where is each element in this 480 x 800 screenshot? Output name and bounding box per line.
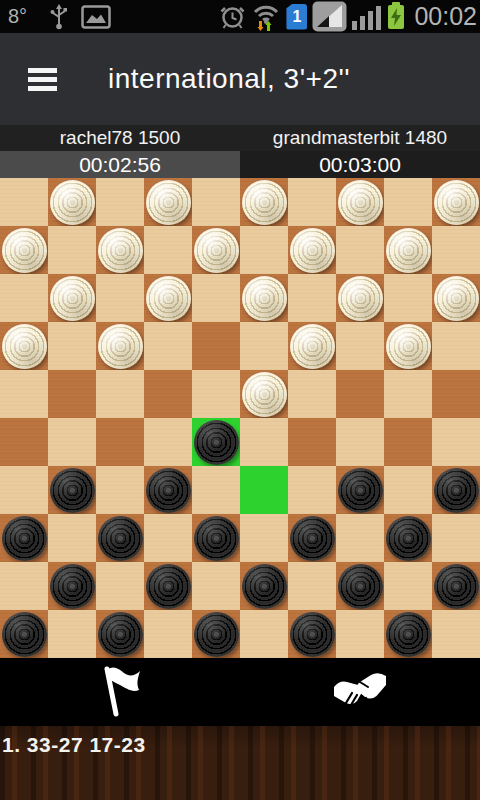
- white-man-piece[interactable]: [98, 228, 143, 273]
- board-square[interactable]: [48, 562, 96, 610]
- board-square: [48, 322, 96, 370]
- player-right-name: grandmasterbit 1480: [240, 125, 480, 151]
- board-square[interactable]: [192, 418, 240, 466]
- white-man-piece[interactable]: [98, 324, 143, 369]
- board-square: [144, 610, 192, 658]
- board-square: [288, 274, 336, 322]
- board-square: [0, 370, 48, 418]
- white-man-piece[interactable]: [386, 324, 431, 369]
- black-man-piece[interactable]: [290, 516, 335, 561]
- white-man-piece[interactable]: [290, 228, 335, 273]
- hamburger-menu-icon[interactable]: [28, 68, 57, 91]
- board-square: [432, 514, 480, 562]
- board-square: [96, 274, 144, 322]
- board-square[interactable]: [192, 322, 240, 370]
- board-square: [192, 466, 240, 514]
- board-square: [288, 370, 336, 418]
- black-man-piece[interactable]: [50, 564, 95, 609]
- black-man-piece[interactable]: [50, 468, 95, 513]
- board-square: [384, 274, 432, 322]
- white-man-piece[interactable]: [242, 276, 287, 321]
- white-man-piece[interactable]: [290, 324, 335, 369]
- board-square[interactable]: [432, 178, 480, 226]
- board-square: [144, 226, 192, 274]
- board-square[interactable]: [144, 370, 192, 418]
- board-square[interactable]: [96, 514, 144, 562]
- clock-time-label: 00:02: [414, 2, 477, 31]
- board-square[interactable]: [240, 466, 288, 514]
- board-square[interactable]: [240, 178, 288, 226]
- black-man-piece[interactable]: [98, 612, 143, 657]
- white-man-piece[interactable]: [242, 180, 287, 225]
- board-square: [96, 370, 144, 418]
- board-square[interactable]: [144, 274, 192, 322]
- board-square: [432, 226, 480, 274]
- player-left: rachel78 1500: [0, 125, 240, 151]
- board-square[interactable]: [288, 322, 336, 370]
- player-right-clock: 00:03:00: [240, 151, 480, 178]
- board-square[interactable]: [288, 418, 336, 466]
- wifi-traffic-icon: [251, 3, 281, 31]
- board-square[interactable]: [432, 274, 480, 322]
- board-square[interactable]: [0, 226, 48, 274]
- draw-offer-button[interactable]: [240, 658, 480, 726]
- draughts-board: [0, 178, 480, 658]
- board-square[interactable]: [288, 226, 336, 274]
- board-square: [96, 466, 144, 514]
- white-man-piece[interactable]: [2, 228, 47, 273]
- board-square: [336, 610, 384, 658]
- white-man-piece[interactable]: [2, 324, 47, 369]
- board-square[interactable]: [336, 562, 384, 610]
- player-left-name: rachel78 1500: [0, 125, 240, 151]
- board-square: [240, 322, 288, 370]
- white-man-piece[interactable]: [194, 228, 239, 273]
- move-list-text: 1. 33-27 17-23: [0, 726, 480, 757]
- board-square[interactable]: [336, 370, 384, 418]
- board-square: [192, 178, 240, 226]
- move-list-bar: 1. 33-27 17-23: [0, 726, 480, 800]
- board-square: [240, 514, 288, 562]
- board-square[interactable]: [240, 562, 288, 610]
- board-square[interactable]: [96, 418, 144, 466]
- board-square: [336, 514, 384, 562]
- board-square[interactable]: [48, 370, 96, 418]
- board-square: [336, 418, 384, 466]
- board-square: [384, 178, 432, 226]
- board-square: [384, 466, 432, 514]
- board-square: [48, 610, 96, 658]
- board-square: [288, 466, 336, 514]
- black-man-piece[interactable]: [434, 468, 479, 513]
- player-left-clock: 00:02:56: [0, 151, 240, 178]
- page-title: international, 3'+2'': [108, 63, 350, 95]
- board-square: [192, 562, 240, 610]
- board-square: [240, 418, 288, 466]
- signal-bars-icon: [352, 4, 381, 30]
- usb-icon: [49, 4, 69, 30]
- black-man-piece[interactable]: [2, 516, 47, 561]
- sim-card-badge: 1: [286, 4, 307, 30]
- black-man-piece[interactable]: [194, 612, 239, 657]
- board-square: [48, 226, 96, 274]
- black-man-piece[interactable]: [338, 468, 383, 513]
- board-square[interactable]: [144, 562, 192, 610]
- board-square: [48, 418, 96, 466]
- board-square[interactable]: [48, 178, 96, 226]
- black-man-piece[interactable]: [386, 612, 431, 657]
- player-right: grandmasterbit 1480: [240, 125, 480, 151]
- board-square: [144, 418, 192, 466]
- white-man-piece[interactable]: [338, 180, 383, 225]
- board-square: [384, 370, 432, 418]
- board-square: [336, 226, 384, 274]
- board-square[interactable]: [432, 370, 480, 418]
- black-man-piece[interactable]: [194, 420, 239, 465]
- players-panel: rachel78 1500 grandmasterbit 1480 00:02:…: [0, 125, 480, 178]
- board-square[interactable]: [192, 610, 240, 658]
- board-square: [0, 466, 48, 514]
- board-square[interactable]: [144, 178, 192, 226]
- board-square[interactable]: [96, 226, 144, 274]
- black-man-piece[interactable]: [146, 468, 191, 513]
- black-man-piece[interactable]: [338, 564, 383, 609]
- board-square[interactable]: [384, 514, 432, 562]
- board-square[interactable]: [432, 562, 480, 610]
- board-square[interactable]: [0, 322, 48, 370]
- black-man-piece[interactable]: [242, 564, 287, 609]
- board-square[interactable]: [96, 610, 144, 658]
- board-square[interactable]: [384, 226, 432, 274]
- battery-charging-icon: [388, 5, 404, 29]
- black-man-piece[interactable]: [194, 516, 239, 561]
- board-square[interactable]: [384, 418, 432, 466]
- board-square: [0, 178, 48, 226]
- board-square[interactable]: [336, 274, 384, 322]
- black-man-piece[interactable]: [2, 612, 47, 657]
- board-square[interactable]: [384, 322, 432, 370]
- black-man-piece[interactable]: [146, 564, 191, 609]
- board-square: [144, 514, 192, 562]
- board-square: [336, 322, 384, 370]
- white-man-piece[interactable]: [146, 276, 191, 321]
- board-square[interactable]: [0, 610, 48, 658]
- board-square: [288, 562, 336, 610]
- board-square[interactable]: [288, 514, 336, 562]
- board-square[interactable]: [240, 370, 288, 418]
- gallery-icon: [81, 5, 111, 29]
- board-square: [432, 418, 480, 466]
- board-square[interactable]: [144, 466, 192, 514]
- board-square[interactable]: [288, 610, 336, 658]
- board-square: [96, 562, 144, 610]
- app-bar: international, 3'+2'': [0, 33, 480, 125]
- board-square[interactable]: [336, 466, 384, 514]
- white-man-piece[interactable]: [386, 228, 431, 273]
- black-man-piece[interactable]: [434, 564, 479, 609]
- board-square: [48, 514, 96, 562]
- board-square[interactable]: [0, 514, 48, 562]
- board-square: [288, 178, 336, 226]
- black-man-piece[interactable]: [290, 612, 335, 657]
- board-square[interactable]: [192, 226, 240, 274]
- action-bar: [0, 658, 480, 726]
- white-man-piece[interactable]: [434, 180, 479, 225]
- white-man-piece[interactable]: [50, 276, 95, 321]
- handshake-icon: [332, 670, 388, 714]
- white-man-piece[interactable]: [434, 276, 479, 321]
- temperature-label: 8°: [8, 5, 27, 28]
- board-square: [0, 562, 48, 610]
- board-square[interactable]: [240, 274, 288, 322]
- board-square: [96, 178, 144, 226]
- status-bar: 8°: [0, 0, 480, 33]
- board-square[interactable]: [96, 322, 144, 370]
- board-square[interactable]: [192, 514, 240, 562]
- white-man-piece[interactable]: [242, 372, 287, 417]
- app-screen: 8°: [0, 0, 480, 800]
- alarm-icon: [219, 3, 246, 30]
- white-man-piece[interactable]: [146, 180, 191, 225]
- board-square[interactable]: [0, 418, 48, 466]
- board-square: [432, 322, 480, 370]
- resign-button[interactable]: [0, 658, 240, 726]
- board-square: [0, 274, 48, 322]
- board-square[interactable]: [432, 466, 480, 514]
- black-man-piece[interactable]: [386, 516, 431, 561]
- board-square: [192, 370, 240, 418]
- board-square: [432, 610, 480, 658]
- black-man-piece[interactable]: [98, 516, 143, 561]
- white-man-piece[interactable]: [338, 276, 383, 321]
- network-triangle-icon: [312, 1, 347, 32]
- board-square[interactable]: [336, 178, 384, 226]
- white-man-piece[interactable]: [50, 180, 95, 225]
- board-square: [192, 274, 240, 322]
- board-square[interactable]: [48, 274, 96, 322]
- board-square: [384, 562, 432, 610]
- board-square[interactable]: [48, 466, 96, 514]
- board-square: [240, 226, 288, 274]
- board-square[interactable]: [384, 610, 432, 658]
- board-square: [240, 610, 288, 658]
- flag-icon: [93, 662, 147, 722]
- board-square: [144, 322, 192, 370]
